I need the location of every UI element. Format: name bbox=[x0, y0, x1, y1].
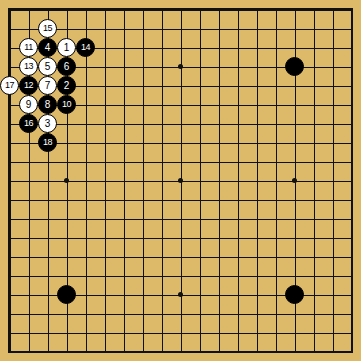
stone-move-number: 9 bbox=[26, 100, 32, 110]
goban: 123456789101112131415161718 bbox=[0, 0, 361, 361]
grid-line-horizontal bbox=[9, 333, 352, 334]
grid-line-horizontal bbox=[9, 200, 352, 201]
stone-move-number: 3 bbox=[45, 119, 51, 129]
stone-move-number: 17 bbox=[5, 81, 14, 90]
grid-line-vertical bbox=[314, 9, 315, 352]
stone-move-number: 4 bbox=[45, 43, 51, 53]
stone-black-4: 4 bbox=[38, 38, 57, 57]
stone-white-3: 3 bbox=[38, 114, 57, 133]
stone-black-6: 6 bbox=[57, 57, 76, 76]
grid-line-vertical bbox=[238, 9, 239, 352]
grid-line-horizontal bbox=[9, 219, 352, 220]
stone-white-7: 7 bbox=[38, 76, 57, 95]
star-point bbox=[178, 292, 183, 297]
stone-move-number: 8 bbox=[45, 100, 51, 110]
stone-black-D4 bbox=[57, 285, 76, 304]
stone-black-8: 8 bbox=[38, 95, 57, 114]
stone-black-10: 10 bbox=[57, 95, 76, 114]
grid-line-horizontal bbox=[9, 238, 352, 239]
stone-move-number: 12 bbox=[24, 81, 33, 90]
stone-black-Q4 bbox=[285, 285, 304, 304]
stone-white-5: 5 bbox=[38, 57, 57, 76]
stone-move-number: 18 bbox=[43, 138, 52, 147]
stone-move-number: 13 bbox=[24, 62, 33, 71]
stone-move-number: 10 bbox=[62, 100, 71, 109]
stone-white-1: 1 bbox=[57, 38, 76, 57]
stone-black-14: 14 bbox=[76, 38, 95, 57]
grid-line-horizontal bbox=[9, 257, 352, 258]
go-diagram: 123456789101112131415161718 bbox=[0, 0, 361, 361]
stone-move-number: 6 bbox=[64, 62, 70, 72]
grid-line-vertical bbox=[333, 9, 334, 352]
star-point bbox=[292, 178, 297, 183]
grid-line-vertical bbox=[276, 9, 277, 352]
stone-move-number: 1 bbox=[64, 43, 70, 53]
stone-white-15: 15 bbox=[38, 19, 57, 38]
grid-line-horizontal bbox=[9, 352, 352, 353]
stone-move-number: 16 bbox=[24, 119, 33, 128]
stone-move-number: 5 bbox=[45, 62, 51, 72]
stone-white-17: 17 bbox=[0, 76, 19, 95]
grid-line-vertical bbox=[352, 9, 353, 352]
star-point bbox=[178, 178, 183, 183]
stone-move-number: 15 bbox=[43, 24, 52, 33]
star-point bbox=[178, 64, 183, 69]
grid-line-vertical bbox=[219, 9, 220, 352]
grid-line-horizontal bbox=[9, 314, 352, 315]
stone-move-number: 7 bbox=[45, 81, 51, 91]
stone-move-number: 2 bbox=[64, 81, 70, 91]
stone-white-13: 13 bbox=[19, 57, 38, 76]
stone-black-12: 12 bbox=[19, 76, 38, 95]
stone-move-number: 14 bbox=[81, 43, 90, 52]
stone-white-9: 9 bbox=[19, 95, 38, 114]
grid-line-vertical bbox=[257, 9, 258, 352]
grid-line-horizontal bbox=[9, 276, 352, 277]
grid-line-vertical bbox=[200, 9, 201, 352]
stone-black-16: 16 bbox=[19, 114, 38, 133]
stone-move-number: 11 bbox=[24, 43, 32, 52]
stone-black-18: 18 bbox=[38, 133, 57, 152]
stone-black-2: 2 bbox=[57, 76, 76, 95]
stone-white-11: 11 bbox=[19, 38, 38, 57]
star-point bbox=[64, 178, 69, 183]
stone-black-Q16 bbox=[285, 57, 304, 76]
